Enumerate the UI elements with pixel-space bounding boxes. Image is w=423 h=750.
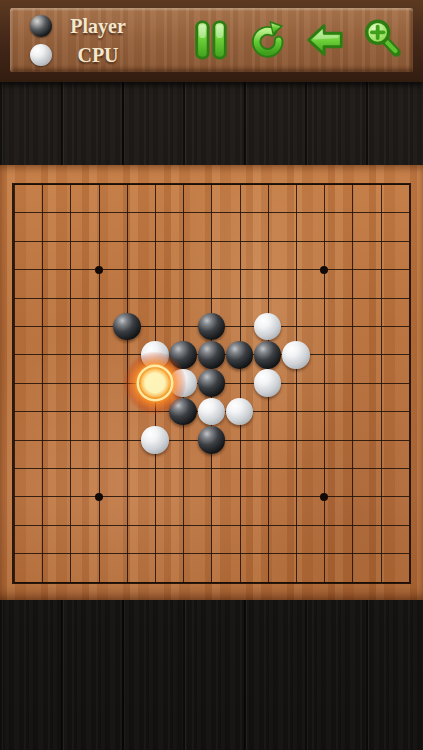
white-stone-icon (30, 44, 52, 66)
restart-icon (246, 17, 290, 63)
stone-black (198, 341, 226, 369)
star-point (320, 493, 328, 501)
top-bar: Player CPU (0, 0, 423, 82)
game-board (0, 165, 423, 600)
stone-white (226, 398, 254, 426)
restart-button[interactable] (245, 15, 291, 65)
cpu-row: CPU (30, 43, 144, 67)
stone-black (226, 341, 254, 369)
player-label: Player (52, 15, 144, 37)
magnifier-zoom-icon (359, 16, 405, 64)
pause-button[interactable] (188, 15, 234, 65)
stone-black (113, 313, 141, 341)
stone-black (198, 426, 226, 454)
stone-white (141, 426, 169, 454)
star-point (95, 266, 103, 274)
score-block: Player CPU (30, 14, 144, 67)
star-point (95, 493, 103, 501)
top-bar-panel: Player CPU (10, 8, 413, 72)
toolbar (188, 15, 405, 65)
stone-white (254, 369, 282, 397)
stone-white (282, 341, 310, 369)
pause-icon (190, 17, 232, 63)
stone-black (198, 313, 226, 341)
game-screen: Player CPU (0, 0, 423, 750)
zoom-button[interactable] (359, 15, 405, 65)
stone-black (254, 341, 282, 369)
cpu-label: CPU (52, 44, 144, 66)
board-grid[interactable] (0, 170, 423, 596)
black-stone-icon (30, 15, 52, 37)
last-move-stone-white (141, 369, 169, 397)
star-point (320, 266, 328, 274)
stone-black (198, 369, 226, 397)
back-button[interactable] (302, 15, 348, 65)
player-row: Player (30, 14, 144, 38)
back-arrow-icon (303, 17, 347, 63)
stone-white (198, 398, 226, 426)
stone-white (254, 313, 282, 341)
